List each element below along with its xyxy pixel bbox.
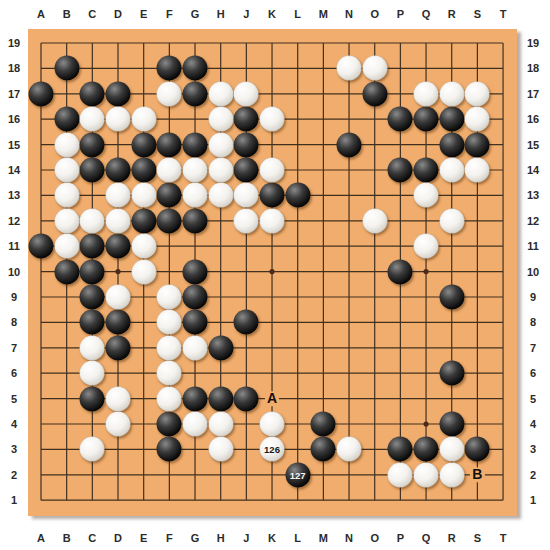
coordinate-label: D <box>114 8 122 20</box>
white-stone <box>157 335 182 360</box>
black-stone <box>80 386 105 411</box>
black-stone <box>183 56 208 81</box>
black-stone <box>29 81 54 106</box>
coordinate-label: A <box>37 532 45 544</box>
coordinate-label: 15 <box>8 139 20 151</box>
black-stone <box>54 56 79 81</box>
coordinate-label: N <box>345 8 353 20</box>
black-stone <box>157 208 182 233</box>
black-stone <box>414 158 439 183</box>
coordinate-label: 19 <box>527 37 539 49</box>
black-stone <box>183 386 208 411</box>
coordinate-label: P <box>397 532 404 544</box>
white-stone <box>131 183 156 208</box>
black-stone <box>414 107 439 132</box>
white-stone <box>208 81 233 106</box>
white-stone <box>183 158 208 183</box>
coordinate-label: 14 <box>527 164 539 176</box>
black-stone <box>388 437 413 462</box>
coordinate-label: A <box>37 8 45 20</box>
black-stone <box>234 310 259 335</box>
black-stone <box>29 234 54 259</box>
black-stone <box>183 310 208 335</box>
coordinate-label: O <box>370 532 379 544</box>
black-stone <box>54 107 79 132</box>
coordinate-label: 12 <box>527 215 539 227</box>
coordinate-label: Q <box>422 532 431 544</box>
coordinate-label: 2 <box>11 469 17 481</box>
coordinate-label: 8 <box>11 316 17 328</box>
coordinate-label: C <box>88 532 96 544</box>
black-stone <box>465 132 490 157</box>
black-stone <box>157 132 182 157</box>
white-stone <box>465 107 490 132</box>
white-stone <box>260 208 285 233</box>
black-stone <box>465 437 490 462</box>
black-stone <box>80 81 105 106</box>
black-stone <box>234 107 259 132</box>
white-stone <box>208 158 233 183</box>
coordinate-label: R <box>448 532 456 544</box>
black-stone <box>106 158 131 183</box>
coordinate-label: C <box>88 8 96 20</box>
black-stone <box>337 132 362 157</box>
coordinate-label: Q <box>422 8 431 20</box>
white-stone <box>157 285 182 310</box>
coordinate-label: 5 <box>11 393 17 405</box>
white-stone <box>157 310 182 335</box>
black-stone <box>260 183 285 208</box>
black-stone <box>80 285 105 310</box>
white-stone <box>80 361 105 386</box>
coordinate-label: K <box>268 8 276 20</box>
white-stone <box>208 437 233 462</box>
black-stone <box>439 132 464 157</box>
white-stone <box>208 132 233 157</box>
white-stone <box>157 158 182 183</box>
coordinate-label: 14 <box>8 164 20 176</box>
white-stone <box>183 335 208 360</box>
coordinate-label: L <box>294 532 301 544</box>
coordinate-label: E <box>140 532 147 544</box>
white-stone <box>234 183 259 208</box>
black-stone <box>388 107 413 132</box>
coordinate-label: G <box>191 8 200 20</box>
black-stone <box>311 437 336 462</box>
white-stone <box>439 437 464 462</box>
white-stone <box>414 462 439 487</box>
coordinate-label: H <box>217 532 225 544</box>
coordinate-label: 13 <box>527 189 539 201</box>
white-stone <box>260 412 285 437</box>
black-stone <box>234 132 259 157</box>
white-stone <box>106 412 131 437</box>
point-label-B: B <box>470 467 484 482</box>
coordinate-label: 6 <box>11 367 17 379</box>
coordinate-label: 11 <box>8 240 20 252</box>
black-stone <box>388 259 413 284</box>
black-stone <box>183 285 208 310</box>
coordinate-label: R <box>448 8 456 20</box>
coordinate-label: M <box>319 532 328 544</box>
white-stone <box>414 81 439 106</box>
white-stone <box>208 107 233 132</box>
coordinate-label: 9 <box>530 291 536 303</box>
white-stone <box>106 208 131 233</box>
move-number: 127 <box>290 470 306 480</box>
coordinate-label: 8 <box>530 316 536 328</box>
black-stone <box>208 386 233 411</box>
black-stone <box>106 81 131 106</box>
white-stone <box>106 386 131 411</box>
black-stone <box>106 234 131 259</box>
white-stone <box>234 208 259 233</box>
white-stone <box>183 183 208 208</box>
black-stone <box>439 361 464 386</box>
black-stone <box>80 158 105 183</box>
white-stone <box>131 259 156 284</box>
coordinate-label: F <box>166 532 173 544</box>
coordinate-label: T <box>500 8 507 20</box>
coordinate-label: G <box>191 532 200 544</box>
black-stone <box>54 259 79 284</box>
coordinate-label: B <box>63 532 71 544</box>
black-stone <box>183 81 208 106</box>
white-stone <box>439 158 464 183</box>
white-stone <box>234 81 259 106</box>
black-stone <box>234 158 259 183</box>
black-stone <box>439 285 464 310</box>
white-stone <box>439 208 464 233</box>
white-stone <box>208 412 233 437</box>
white-stone <box>362 208 387 233</box>
white-stone <box>157 361 182 386</box>
coordinate-label: 3 <box>11 443 17 455</box>
black-stone <box>439 107 464 132</box>
coordinate-label: 18 <box>8 62 20 74</box>
white-stone <box>54 234 79 259</box>
coordinate-label: S <box>474 532 481 544</box>
white-stone <box>439 462 464 487</box>
black-stone <box>80 132 105 157</box>
black-stone <box>157 412 182 437</box>
coordinate-label: P <box>397 8 404 20</box>
coordinate-label: 4 <box>11 418 17 430</box>
coordinate-label: 18 <box>527 62 539 74</box>
coordinate-label: O <box>370 8 379 20</box>
coordinate-label: N <box>345 532 353 544</box>
coordinate-label: 13 <box>8 189 20 201</box>
coordinate-label: E <box>140 8 147 20</box>
coordinate-label: S <box>474 8 481 20</box>
black-stone <box>234 386 259 411</box>
black-stone <box>106 310 131 335</box>
black-stone <box>131 132 156 157</box>
white-stone <box>80 107 105 132</box>
black-stone <box>183 259 208 284</box>
coordinate-label: 1 <box>530 494 536 506</box>
white-stone <box>388 462 413 487</box>
white-stone <box>260 158 285 183</box>
black-stone <box>362 81 387 106</box>
white-stone <box>54 208 79 233</box>
coordinate-label: 10 <box>527 266 539 278</box>
coordinate-label: 2 <box>530 469 536 481</box>
white-stone <box>106 285 131 310</box>
coordinate-label: 17 <box>8 88 20 100</box>
white-stone <box>362 56 387 81</box>
point-label-A: A <box>265 391 279 406</box>
move-number: 126 <box>264 445 280 455</box>
coordinate-label: T <box>500 532 507 544</box>
coordinate-label: 11 <box>527 240 539 252</box>
white-stone <box>439 81 464 106</box>
black-stone <box>80 259 105 284</box>
coordinate-label: J <box>243 8 249 20</box>
go-diagram-page: AABBCCDDEEFFGGHHJJKKLLMMNNOOPPQQRRSSTT19… <box>0 0 550 550</box>
black-stone <box>157 437 182 462</box>
coordinate-label: 16 <box>527 113 539 125</box>
black-stone <box>183 208 208 233</box>
coordinate-label: 12 <box>8 215 20 227</box>
white-stone <box>157 81 182 106</box>
coordinate-label: L <box>294 8 301 20</box>
black-stone <box>157 56 182 81</box>
coordinate-label: M <box>319 8 328 20</box>
go-board: 127126 AB <box>28 29 517 516</box>
white-stone <box>465 81 490 106</box>
coordinate-label: 7 <box>11 342 17 354</box>
coordinate-label: K <box>268 532 276 544</box>
coordinate-label: B <box>63 8 71 20</box>
white-stone <box>337 437 362 462</box>
coordinate-label: 15 <box>527 139 539 151</box>
white-stone <box>208 183 233 208</box>
white-stone <box>337 56 362 81</box>
black-stone <box>157 183 182 208</box>
coordinate-label: 17 <box>527 88 539 100</box>
black-stone <box>183 132 208 157</box>
black-stone <box>388 158 413 183</box>
coordinate-label: 1 <box>11 494 17 506</box>
white-stone <box>80 437 105 462</box>
white-stone <box>414 234 439 259</box>
coordinate-label: 3 <box>530 443 536 455</box>
coordinate-label: 5 <box>530 393 536 405</box>
black-stone <box>80 234 105 259</box>
white-stone <box>54 183 79 208</box>
coordinate-label: H <box>217 8 225 20</box>
black-stone <box>414 437 439 462</box>
coordinate-label: F <box>166 8 173 20</box>
white-stone <box>54 132 79 157</box>
black-stone <box>311 412 336 437</box>
white-stone <box>106 107 131 132</box>
black-stone <box>131 158 156 183</box>
white-stone <box>54 158 79 183</box>
black-stone <box>106 335 131 360</box>
white-stone <box>80 208 105 233</box>
black-stone: 127 <box>285 462 310 487</box>
black-stone <box>285 183 310 208</box>
coordinate-label: 19 <box>8 37 20 49</box>
black-stone <box>131 208 156 233</box>
white-stone <box>260 107 285 132</box>
coordinate-label: 4 <box>530 418 536 430</box>
white-stone <box>80 335 105 360</box>
coordinate-label: 7 <box>530 342 536 354</box>
white-stone <box>157 386 182 411</box>
black-stone <box>80 310 105 335</box>
coordinate-label: J <box>243 532 249 544</box>
coordinate-label: 16 <box>8 113 20 125</box>
coordinate-label: D <box>114 532 122 544</box>
white-stone <box>131 107 156 132</box>
white-stone <box>131 234 156 259</box>
coordinate-label: 10 <box>8 266 20 278</box>
white-stone <box>414 183 439 208</box>
white-stone: 126 <box>260 437 285 462</box>
coordinate-label: 6 <box>530 367 536 379</box>
black-stone <box>439 412 464 437</box>
coordinate-label: 9 <box>11 291 17 303</box>
black-stone <box>208 335 233 360</box>
white-stone <box>106 183 131 208</box>
white-stone <box>465 158 490 183</box>
white-stone <box>183 412 208 437</box>
